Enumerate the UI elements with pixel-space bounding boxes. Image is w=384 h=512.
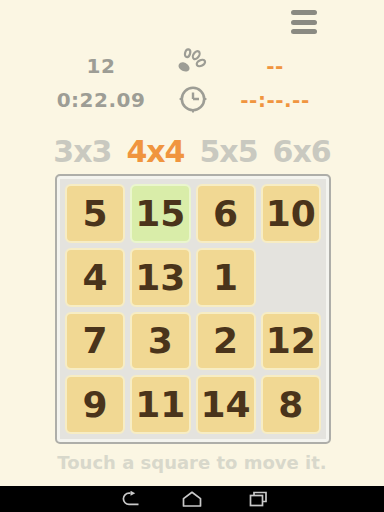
menu-bar [291, 29, 317, 34]
tile-2[interactable]: 2 [196, 312, 256, 371]
menu-bar [291, 20, 317, 25]
tile-10[interactable]: 10 [261, 184, 321, 243]
puzzle-board: 5 15 6 10 4 13 1 7 3 2 12 9 11 14 8 [55, 174, 331, 444]
app-screen: 12 0:22.09 -- --:--.-- 3x3 4x4 5x5 6x6 [0, 0, 384, 512]
tile-11[interactable]: 11 [130, 375, 190, 434]
tile-1[interactable]: 1 [196, 248, 256, 307]
tile-8[interactable]: 8 [261, 375, 321, 434]
empty-cell [261, 248, 321, 307]
best-time: --:--.-- [210, 88, 340, 112]
elapsed-time: 0:22.09 [36, 88, 166, 112]
tile-5[interactable]: 5 [65, 184, 125, 243]
size-tabs: 3x3 4x4 5x5 6x6 [0, 131, 384, 171]
menu-icon[interactable] [291, 10, 317, 34]
tile-13[interactable]: 13 [130, 248, 190, 307]
clock-icon [177, 83, 209, 115]
tab-4x4[interactable]: 4x4 [126, 134, 184, 169]
menu-bar [291, 10, 317, 15]
android-nav-bar [0, 486, 384, 512]
home-icon[interactable] [180, 491, 204, 507]
tile-7[interactable]: 7 [65, 312, 125, 371]
tile-15[interactable]: 15 [130, 184, 190, 243]
best-moves: -- [210, 54, 340, 78]
tab-3x3[interactable]: 3x3 [53, 134, 111, 169]
tab-6x6[interactable]: 6x6 [273, 134, 331, 169]
tab-5x5[interactable]: 5x5 [200, 134, 258, 169]
tile-12[interactable]: 12 [261, 312, 321, 371]
back-icon[interactable] [117, 491, 141, 507]
paw-icon [175, 46, 209, 80]
tile-14[interactable]: 14 [196, 375, 256, 434]
hint-text: Touch a square to move it. [0, 452, 384, 473]
tile-6[interactable]: 6 [196, 184, 256, 243]
tile-3[interactable]: 3 [130, 312, 190, 371]
tile-4[interactable]: 4 [65, 248, 125, 307]
tile-9[interactable]: 9 [65, 375, 125, 434]
recents-icon[interactable] [245, 491, 269, 507]
move-count: 12 [36, 54, 166, 78]
